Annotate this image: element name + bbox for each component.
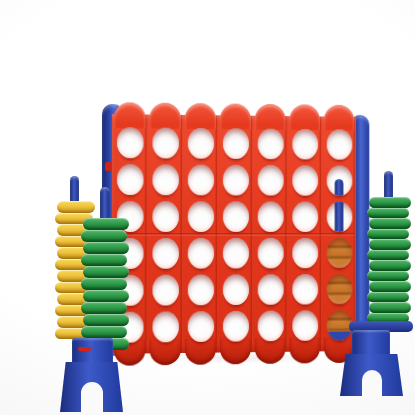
board-hole <box>257 311 283 342</box>
board-cell-r6c4[interactable] <box>218 308 253 345</box>
board-hole <box>257 274 283 305</box>
left-leg-column <box>72 338 113 366</box>
rear-rod-through-hole <box>335 202 344 232</box>
reserve-disc-green <box>81 326 127 338</box>
board-hole <box>187 238 213 269</box>
board-hole <box>326 202 352 232</box>
right-leg-column <box>352 330 390 358</box>
board-cell-r5c5[interactable] <box>253 271 288 308</box>
board-hole <box>292 129 318 160</box>
reserve-disc-green <box>83 266 129 278</box>
reserve-disc-green <box>367 208 409 219</box>
reserve-disc-green <box>81 230 127 242</box>
board-cell-r1c7[interactable] <box>322 126 356 162</box>
board-hole <box>222 165 248 196</box>
board-hole <box>222 128 248 159</box>
board-cell-r2c2[interactable] <box>148 161 183 198</box>
product-photo-giant-connect-four <box>0 0 415 415</box>
left-leg-sticker <box>78 347 91 351</box>
board-hole <box>187 201 213 232</box>
reserve-disc-green <box>369 197 411 208</box>
board-hole <box>222 238 248 269</box>
reserve-disc-green <box>369 239 411 250</box>
board-hole <box>116 127 143 158</box>
board-cell-r4c6[interactable] <box>288 235 322 271</box>
board-cell-r1c4[interactable] <box>218 125 253 162</box>
reserve-disc-green <box>83 218 129 230</box>
board-cell-r4c7[interactable] <box>322 235 356 271</box>
board-cell-r4c4[interactable] <box>218 235 253 272</box>
board-cell-r2c4[interactable] <box>218 162 253 199</box>
left-leg-arch <box>81 382 103 412</box>
board-hole <box>152 238 179 269</box>
board-cell-r4c3[interactable] <box>183 235 218 272</box>
board-cell-r6c5[interactable] <box>253 308 288 345</box>
board-hole <box>292 274 318 305</box>
board-cell-r1c6[interactable] <box>288 126 322 163</box>
board-cell-r5c2[interactable] <box>148 272 183 309</box>
reserve-disc-green <box>367 271 409 282</box>
board-hole <box>326 274 352 304</box>
reserve-stack-right-green <box>368 197 410 323</box>
reserve-disc-green <box>367 292 409 303</box>
board-hole <box>292 238 318 268</box>
board-cell-r4c2[interactable] <box>148 235 183 272</box>
reserve-disc-green <box>81 302 127 314</box>
board-cell-r4c5[interactable] <box>253 235 288 271</box>
board-hole <box>187 311 213 342</box>
board-cell-r3c5[interactable] <box>253 198 288 234</box>
board-hole <box>152 128 179 159</box>
board-cell-r5c3[interactable] <box>183 272 218 309</box>
reserve-disc-green <box>369 218 411 229</box>
board-cell-r1c2[interactable] <box>148 124 183 161</box>
board-hole <box>292 310 318 341</box>
board-hole <box>257 238 283 269</box>
left-leg-foot <box>60 362 123 412</box>
board-cell-r6c2[interactable] <box>148 308 183 345</box>
reserve-disc-green <box>369 302 411 313</box>
board-cell-r2c1[interactable] <box>112 161 148 198</box>
reserve-stack-left-green <box>82 218 128 350</box>
board-cell-r1c1[interactable] <box>112 124 148 161</box>
post-sticker <box>105 162 112 171</box>
reserve-disc-green <box>369 281 411 292</box>
board-cell-r2c3[interactable] <box>183 162 218 199</box>
board-hole <box>152 164 179 195</box>
reserve-disc-yellow <box>57 201 95 213</box>
board-cell-r2c5[interactable] <box>253 162 288 199</box>
board-hole <box>187 275 213 306</box>
board-cell-r5c7[interactable] <box>322 271 356 307</box>
board-cell-r3c7[interactable] <box>322 199 356 235</box>
reserve-disc-green <box>369 260 411 271</box>
board-hole <box>326 129 352 160</box>
reserve-disc-green <box>83 242 129 254</box>
board-frame <box>100 102 371 358</box>
board-hole <box>292 165 318 196</box>
board-hole <box>152 201 179 232</box>
board-hole <box>292 202 318 232</box>
board-hole <box>326 165 352 195</box>
board-hole <box>222 274 248 305</box>
board-cell-r6c6[interactable] <box>288 307 322 344</box>
reserve-disc-green <box>367 229 409 240</box>
board-hole <box>187 128 213 159</box>
board-hole <box>116 164 143 195</box>
reserve-disc-green <box>81 254 127 266</box>
board-cell-r3c3[interactable] <box>183 198 218 235</box>
board-hole <box>257 129 283 160</box>
board-cell-r3c2[interactable] <box>148 198 183 235</box>
board-hole <box>257 201 283 232</box>
board-cell-r5c6[interactable] <box>288 271 322 307</box>
board-cell-r1c5[interactable] <box>253 126 288 163</box>
board-cell-r3c6[interactable] <box>288 199 322 235</box>
reserve-disc-green <box>83 290 129 302</box>
reserve-disc-green <box>83 314 129 326</box>
board-hole <box>257 165 283 196</box>
board-cell-r3c4[interactable] <box>218 198 253 235</box>
rear-rod-through-hole <box>335 179 344 196</box>
board-hole <box>222 311 248 342</box>
board-cell-r5c4[interactable] <box>218 271 253 308</box>
board-cell-r2c6[interactable] <box>288 162 322 198</box>
right-leg-foot <box>340 354 403 396</box>
board-hole <box>152 275 179 306</box>
board-hole <box>187 165 213 196</box>
board-hole <box>222 201 248 232</box>
reserve-disc-green <box>81 278 127 290</box>
board-grid <box>112 114 356 364</box>
board-cell-r1c3[interactable] <box>183 125 218 162</box>
right-leg-arch <box>362 370 382 396</box>
connect-four-board <box>112 114 356 354</box>
board-hole <box>326 238 352 268</box>
board-cell-r2c7[interactable] <box>322 162 356 198</box>
board-hole <box>152 311 179 342</box>
board-cell-r6c3[interactable] <box>183 308 218 345</box>
reserve-disc-green <box>367 250 409 261</box>
